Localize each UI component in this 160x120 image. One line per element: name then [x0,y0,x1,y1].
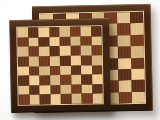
board-cell [39,75,50,85]
board-cell [118,35,131,47]
board-cell [59,27,70,37]
board-cell [71,94,82,104]
board-cell [18,47,29,57]
board-cell [49,37,60,47]
board-cell [70,55,81,65]
board-cell [61,94,72,104]
board-cell [59,36,70,46]
board-cell [130,23,143,35]
board-cell [81,65,92,75]
board-cell [49,56,60,66]
board-cell [49,27,60,37]
board-cell [70,65,81,75]
board-cell [81,55,92,65]
board-cell [60,85,71,95]
board-cell [28,37,39,47]
board-cell [38,37,49,47]
board-cell [60,75,71,85]
board-cell [117,12,130,24]
board-cell [70,27,81,37]
board-cell [71,75,82,85]
board-cell [81,75,92,85]
board-cell [91,55,102,65]
front-board-grid [17,26,102,105]
board-cell [131,69,144,81]
board-cell [80,26,91,36]
board-cell [80,36,91,46]
board-cell [50,85,61,95]
board-cell [132,91,145,103]
board-cell [29,95,40,105]
board-cell [28,47,39,57]
board-cell [118,58,131,70]
board-cell [91,45,102,55]
board-cell [119,69,132,81]
board-cell [91,36,102,46]
board-cell [70,36,81,46]
board-cell [130,12,143,24]
board-cell [81,46,92,56]
board-cell [19,95,30,105]
board-cell [91,26,102,36]
board-cell [92,84,103,94]
board-cell [118,46,131,58]
board-cell [29,85,40,95]
product-photo [0,0,160,120]
board-cell [131,57,144,69]
board-cell [119,80,132,92]
board-cell [39,66,50,76]
board-cell [71,84,82,94]
board-cell [131,46,144,58]
board-cell [132,80,145,92]
board-cell [50,94,61,104]
board-cell [18,56,29,66]
board-cell [28,27,39,37]
board-cell [70,46,81,56]
board-cell [49,46,60,56]
board-cell [50,66,61,76]
board-cell [39,85,50,95]
board-cell [38,27,49,37]
board-cell [40,95,51,105]
board-cell [82,94,93,104]
board-cell [92,94,103,104]
board-cell [18,66,29,76]
board-cell [81,84,92,94]
board-cell [117,24,130,36]
board-cell [17,28,28,38]
board-cell [39,56,50,66]
board-cell [60,46,71,56]
front-board-inner-border [16,25,104,106]
board-cell [17,37,28,47]
board-cell [18,85,29,95]
board-cell [60,56,71,66]
board-cell [131,35,144,47]
board-cell [50,75,61,85]
board-cell [60,65,71,75]
board-cell [39,46,50,56]
board-cell [92,74,103,84]
board-cell [29,76,40,86]
board-cell [29,66,40,76]
board-cell [28,56,39,66]
board-cell [18,76,29,86]
board-cell [119,92,132,104]
front-chessboard [9,18,111,113]
board-cell [91,65,102,75]
